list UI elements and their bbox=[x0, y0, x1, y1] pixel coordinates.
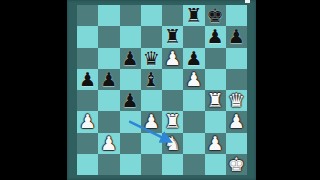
white-knight-e2: ♞ bbox=[164, 133, 181, 152]
square-d1[interactable] bbox=[141, 154, 162, 175]
white-queen-h4: ♛ bbox=[228, 91, 245, 110]
square-a8[interactable] bbox=[77, 5, 98, 26]
black-pawn-a5: ♟ bbox=[79, 69, 96, 88]
square-b8[interactable] bbox=[98, 5, 119, 26]
square-d3[interactable]: ♟ bbox=[141, 111, 162, 132]
square-c8[interactable] bbox=[120, 5, 141, 26]
square-b6[interactable] bbox=[98, 48, 119, 69]
white-pawn-d3: ♟ bbox=[143, 112, 160, 131]
screenshot-stage: ♜♚♜♟♟♟♛♟♟♟♟♝♟♟♜♛♟♟♜♟♟♞♟♚ bbox=[0, 0, 320, 180]
black-pawn-f6: ♟ bbox=[185, 48, 202, 67]
square-g4[interactable]: ♜ bbox=[205, 90, 226, 111]
black-pawn-h7: ♟ bbox=[228, 27, 245, 46]
square-f8[interactable]: ♜ bbox=[183, 5, 204, 26]
square-b5[interactable]: ♟ bbox=[98, 69, 119, 90]
square-e4[interactable] bbox=[162, 90, 183, 111]
square-g6[interactable] bbox=[205, 48, 226, 69]
square-b2[interactable]: ♟ bbox=[98, 133, 119, 154]
square-b4[interactable] bbox=[98, 90, 119, 111]
square-a5[interactable]: ♟ bbox=[77, 69, 98, 90]
white-rook-e3: ♜ bbox=[164, 112, 181, 131]
square-g5[interactable] bbox=[205, 69, 226, 90]
square-f3[interactable] bbox=[183, 111, 204, 132]
chess-board: ♜♚♜♟♟♟♛♟♟♟♟♝♟♟♜♛♟♟♜♟♟♞♟♚ bbox=[77, 5, 247, 175]
square-h2[interactable] bbox=[226, 133, 247, 154]
black-bishop-d5: ♝ bbox=[143, 69, 160, 88]
square-a6[interactable] bbox=[77, 48, 98, 69]
square-d7[interactable] bbox=[141, 26, 162, 47]
video-artifact-speck bbox=[245, 0, 250, 3]
square-a2[interactable] bbox=[77, 133, 98, 154]
square-e1[interactable] bbox=[162, 154, 183, 175]
square-d6[interactable]: ♛ bbox=[141, 48, 162, 69]
square-f2[interactable] bbox=[183, 133, 204, 154]
square-d4[interactable] bbox=[141, 90, 162, 111]
square-c1[interactable] bbox=[120, 154, 141, 175]
square-f4[interactable] bbox=[183, 90, 204, 111]
white-pawn-g2: ♟ bbox=[207, 133, 224, 152]
white-pawn-h3: ♟ bbox=[228, 112, 245, 131]
white-pawn-b2: ♟ bbox=[100, 133, 117, 152]
square-d8[interactable] bbox=[141, 5, 162, 26]
square-a3[interactable]: ♟ bbox=[77, 111, 98, 132]
square-g3[interactable] bbox=[205, 111, 226, 132]
white-pawn-a3: ♟ bbox=[79, 112, 96, 131]
square-e3[interactable]: ♜ bbox=[162, 111, 183, 132]
square-d2[interactable] bbox=[141, 133, 162, 154]
black-pawn-c6: ♟ bbox=[122, 48, 139, 67]
square-h4[interactable]: ♛ bbox=[226, 90, 247, 111]
square-c7[interactable] bbox=[120, 26, 141, 47]
square-e2[interactable]: ♞ bbox=[162, 133, 183, 154]
black-pawn-b5: ♟ bbox=[100, 69, 117, 88]
square-d5[interactable]: ♝ bbox=[141, 69, 162, 90]
square-a1[interactable] bbox=[77, 154, 98, 175]
square-h1[interactable]: ♚ bbox=[226, 154, 247, 175]
chess-board-frame: ♜♚♜♟♟♟♛♟♟♟♟♝♟♟♜♛♟♟♜♟♟♞♟♚ bbox=[67, 0, 256, 180]
square-e7[interactable]: ♜ bbox=[162, 26, 183, 47]
square-e6[interactable]: ♟ bbox=[162, 48, 183, 69]
black-pawn-c4: ♟ bbox=[122, 91, 139, 110]
square-f6[interactable]: ♟ bbox=[183, 48, 204, 69]
black-pawn-g7: ♟ bbox=[207, 27, 224, 46]
square-h7[interactable]: ♟ bbox=[226, 26, 247, 47]
square-b1[interactable] bbox=[98, 154, 119, 175]
square-g1[interactable] bbox=[205, 154, 226, 175]
square-c4[interactable]: ♟ bbox=[120, 90, 141, 111]
square-e8[interactable] bbox=[162, 5, 183, 26]
square-b7[interactable] bbox=[98, 26, 119, 47]
square-f5[interactable]: ♟ bbox=[183, 69, 204, 90]
square-b3[interactable] bbox=[98, 111, 119, 132]
square-c2[interactable] bbox=[120, 133, 141, 154]
white-king-h1: ♚ bbox=[228, 154, 245, 173]
black-rook-e7: ♜ bbox=[164, 27, 181, 46]
white-rook-g4: ♜ bbox=[207, 91, 224, 110]
square-c5[interactable] bbox=[120, 69, 141, 90]
square-f7[interactable] bbox=[183, 26, 204, 47]
black-king-g8: ♚ bbox=[207, 6, 224, 25]
square-a4[interactable] bbox=[77, 90, 98, 111]
square-c3[interactable] bbox=[120, 111, 141, 132]
square-g8[interactable]: ♚ bbox=[205, 5, 226, 26]
square-g7[interactable]: ♟ bbox=[205, 26, 226, 47]
square-h6[interactable] bbox=[226, 48, 247, 69]
square-a7[interactable] bbox=[77, 26, 98, 47]
square-c6[interactable]: ♟ bbox=[120, 48, 141, 69]
square-h5[interactable] bbox=[226, 69, 247, 90]
square-e5[interactable] bbox=[162, 69, 183, 90]
square-h8[interactable] bbox=[226, 5, 247, 26]
white-pawn-e6: ♟ bbox=[164, 48, 181, 67]
square-g2[interactable]: ♟ bbox=[205, 133, 226, 154]
white-pawn-f5: ♟ bbox=[185, 69, 202, 88]
square-f1[interactable] bbox=[183, 154, 204, 175]
black-queen-d6: ♛ bbox=[143, 48, 160, 67]
square-h3[interactable]: ♟ bbox=[226, 111, 247, 132]
black-rook-f8: ♜ bbox=[185, 6, 202, 25]
